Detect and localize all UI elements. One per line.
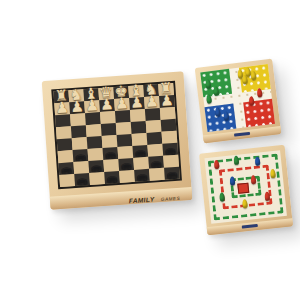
square-d5 xyxy=(101,123,117,136)
square-e3 xyxy=(117,146,133,159)
square-b2 xyxy=(73,161,89,174)
square-b7: ♟ xyxy=(69,101,85,114)
red-pawn xyxy=(248,96,254,106)
square-h1: ⛂ xyxy=(164,167,180,180)
square-f4 xyxy=(132,133,148,146)
square-e5 xyxy=(116,122,132,135)
ludo-small-label xyxy=(234,132,250,137)
square-c2: ⛂ xyxy=(88,160,104,173)
square-b6 xyxy=(70,113,86,126)
square-h2 xyxy=(163,155,179,168)
square-g1 xyxy=(149,168,165,181)
ludo-blue-quadrant xyxy=(204,104,236,132)
square-g8: ♞ xyxy=(143,84,159,97)
square-f3: ⛂ xyxy=(132,145,148,158)
square-f7: ♟ xyxy=(129,97,145,110)
brand-family-text: FAMILY xyxy=(128,195,154,204)
square-d3: ⛂ xyxy=(102,147,118,160)
black-checker: ⛂ xyxy=(74,174,90,188)
square-d1: ⛂ xyxy=(104,171,120,184)
square-c1 xyxy=(89,172,105,185)
blue-pawn xyxy=(229,176,235,185)
chess-checkers-board-group: ♜♞♝♛♚♝♞♜♟♟♟♟♟♟♟♟⛂⛂⛂⛂⛂⛂⛂⛂⛂⛂⛂⛂ FAMILY GAME… xyxy=(42,71,193,210)
square-b3: ⛂ xyxy=(73,149,89,162)
chess-box-front-edge: FAMILY GAMES xyxy=(50,187,193,210)
square-a4 xyxy=(57,138,73,151)
ludo-board-group xyxy=(195,59,282,144)
square-g3 xyxy=(147,144,163,157)
square-g7: ♟ xyxy=(144,96,160,109)
square-a2: ⛂ xyxy=(58,162,74,175)
square-d7: ♟ xyxy=(99,99,115,112)
square-g5 xyxy=(146,120,162,133)
square-f6 xyxy=(130,109,146,122)
square-d6 xyxy=(100,111,116,124)
yellow-pawn xyxy=(242,75,248,85)
spiral-center-square xyxy=(237,183,249,194)
square-f1: ⛂ xyxy=(134,169,150,182)
square-d4 xyxy=(102,135,118,148)
chess-checkers-board: ♜♞♝♛♚♝♞♜♟♟♟♟♟♟♟♟⛂⛂⛂⛂⛂⛂⛂⛂⛂⛂⛂⛂ xyxy=(51,81,182,189)
spiral-race-board-group xyxy=(199,145,293,236)
square-e4 xyxy=(117,134,133,147)
square-a5 xyxy=(56,126,72,139)
square-e6 xyxy=(115,110,131,123)
square-f2 xyxy=(133,157,149,170)
square-d8: ♛ xyxy=(98,87,114,100)
square-c6 xyxy=(85,112,101,125)
square-d2 xyxy=(103,159,119,172)
square-b5 xyxy=(71,125,87,138)
brand-label: FAMILY GAMES xyxy=(128,185,181,207)
square-a3 xyxy=(58,150,74,163)
square-a7: ♟ xyxy=(54,102,70,115)
square-f5 xyxy=(131,121,147,134)
brand-games-text: GAMES xyxy=(161,195,181,201)
square-e7: ♟ xyxy=(114,98,130,111)
square-e2: ⛂ xyxy=(118,158,134,171)
black-checker: ⛂ xyxy=(104,172,120,186)
black-checker: ⛂ xyxy=(134,170,150,184)
square-h5 xyxy=(161,119,177,132)
yellow-pawn xyxy=(270,169,276,178)
spiral-race-board xyxy=(204,150,286,224)
square-c3 xyxy=(88,148,104,161)
square-a1 xyxy=(59,174,75,187)
square-h6 xyxy=(160,107,176,120)
spiral-box xyxy=(199,145,293,236)
square-c7: ♟ xyxy=(84,100,100,113)
square-h8: ♜ xyxy=(158,83,174,96)
square-b8: ♞ xyxy=(68,89,84,102)
square-b4 xyxy=(72,137,88,150)
square-g2: ⛂ xyxy=(148,156,164,169)
spiral-small-label xyxy=(242,224,258,229)
square-g6 xyxy=(145,108,161,121)
chess-box: ♜♞♝♛♚♝♞♜♟♟♟♟♟♟♟♟⛂⛂⛂⛂⛂⛂⛂⛂⛂⛂⛂⛂ FAMILY GAME… xyxy=(42,71,193,210)
square-e1 xyxy=(119,170,135,183)
black-checker: ⛂ xyxy=(164,168,180,182)
square-g4 xyxy=(147,132,163,145)
square-h7: ♟ xyxy=(159,95,175,108)
ludo-board xyxy=(200,64,275,132)
square-a6 xyxy=(55,114,71,127)
square-h4 xyxy=(162,131,178,144)
green-pawn xyxy=(219,192,225,201)
square-c8: ♝ xyxy=(83,88,99,101)
square-f8: ♝ xyxy=(128,85,144,98)
product-photo-family-games-set: ♜♞♝♛♚♝♞♜♟♟♟♟♟♟♟♟⛂⛂⛂⛂⛂⛂⛂⛂⛂⛂⛂⛂ FAMILY GAME… xyxy=(0,0,300,300)
ludo-red-quadrant xyxy=(243,99,275,127)
ludo-box xyxy=(195,59,282,144)
square-a8: ♜ xyxy=(53,90,69,103)
square-b1: ⛂ xyxy=(74,173,90,186)
square-c4 xyxy=(87,136,103,149)
square-h3: ⛂ xyxy=(162,143,178,156)
square-c5 xyxy=(86,124,102,137)
square-e8: ♚ xyxy=(113,86,129,99)
